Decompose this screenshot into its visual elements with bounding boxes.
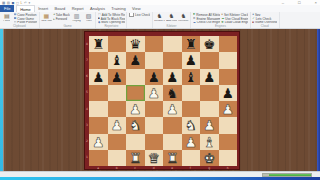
square-b7[interactable]: ♝ [108, 52, 127, 68]
black-piece-b: ♝ [108, 52, 127, 68]
remove-kibitzer-button[interactable]: ♞Remove Kibitzer [178, 13, 189, 24]
black-piece-p: ♟ [145, 69, 164, 85]
square-a5[interactable] [89, 85, 108, 101]
square-f8[interactable]: ♜ [182, 36, 201, 52]
button-label: Engine Management [196, 17, 219, 20]
button-label: Add To White Repertoire [102, 13, 125, 16]
square-f6[interactable]: ♝ [182, 69, 201, 85]
white-piece-p: ♟ [163, 101, 182, 117]
button-label: Default Kibitzer [154, 20, 165, 23]
button-label: Add To Black Repertoire [101, 17, 125, 20]
square-f3[interactable]: ♞ [182, 117, 201, 133]
black-piece-n: ♞ [163, 85, 182, 101]
button-label: Lets Check [256, 17, 271, 20]
use-cloud-engine-icon: ☁ [221, 17, 224, 20]
live-check-checkbox[interactable]: Live Check [129, 13, 150, 17]
white-piece-p: ♟ [126, 101, 145, 117]
square-e7[interactable] [163, 52, 182, 68]
white-piece-p: ♟ [89, 134, 108, 150]
button-label: Remove All Kibitzers [196, 13, 219, 16]
white-piece-k: ♚ [200, 150, 219, 166]
replay-button[interactable]: ▥Replay [71, 13, 82, 24]
square-c8[interactable]: ♛ [126, 36, 145, 52]
square-b1[interactable] [108, 150, 127, 166]
button-label: Take Back [56, 13, 70, 17]
rank-label-4: 4 [86, 108, 88, 111]
square-g4[interactable] [200, 101, 219, 117]
copy-position-icon: ▦ [14, 13, 17, 16]
square-b4[interactable] [108, 101, 127, 117]
progress-fill [269, 174, 311, 175]
tab-report[interactable]: Report [68, 5, 86, 12]
square-a2[interactable]: ♟ [89, 134, 108, 150]
square-d8[interactable] [145, 36, 164, 52]
forward-button[interactable]: ▸Forward [53, 17, 70, 21]
lets-check-button[interactable]: ✓Lets Check [252, 17, 277, 20]
black-piece-p: ♟ [219, 85, 238, 101]
square-h1[interactable] [219, 150, 238, 166]
tab-training[interactable]: Training [108, 5, 129, 12]
square-g5[interactable] [200, 85, 219, 101]
black-piece-p: ♟ [200, 69, 219, 85]
square-b2[interactable] [108, 134, 127, 150]
add-to-black-repertoire-button[interactable]: ■Add To Black Repertoire [98, 17, 125, 20]
ribbon-button-column: ◂Take Back▸Forward [53, 13, 70, 24]
square-b6[interactable]: ♟ [108, 69, 127, 85]
dropdown-icon[interactable]: ▾ [28, 1, 30, 5]
ribbon-group-game: ▦New Game◂Take Back▸Forward▥Replay▧Train… [40, 12, 97, 28]
square-d5[interactable]: ♟ [145, 85, 164, 101]
square-e5[interactable]: ♞ [163, 85, 182, 101]
tab-board[interactable]: Board [51, 5, 68, 12]
copy-game-icon: ▣ [14, 17, 17, 20]
square-d3[interactable] [145, 117, 164, 133]
square-g1[interactable]: ♚ [200, 150, 219, 166]
paste-button[interactable]: ▤Paste [2, 13, 13, 24]
square-a8[interactable]: ♜ [89, 36, 108, 52]
black-piece-p: ♟ [108, 69, 127, 85]
file-label-a: a [97, 167, 99, 170]
black-piece-p: ♟ [182, 52, 201, 68]
copy-position-button[interactable]: ▦Copy Position [14, 13, 38, 16]
rank-label-1: 1 [86, 156, 88, 159]
white-piece-q: ♛ [145, 150, 164, 166]
board-window-icon[interactable]: ▦ [2, 1, 5, 5]
button-label: Set Kibitzer Clock [224, 13, 248, 16]
ribbon-group-kibitzer: ♞Default Kibitzer♞Add Kibitzer♞Remove Ki… [153, 12, 192, 28]
button-label: Copy Position [17, 13, 36, 16]
black-piece-b: ♝ [182, 69, 201, 85]
tab-home[interactable]: Home [16, 5, 35, 12]
set-kibitzer-clock-button[interactable]: ●Set Kibitzer Clock [221, 13, 248, 16]
square-a4[interactable] [89, 101, 108, 117]
add-kibitzer-icon: ♞ [169, 13, 174, 20]
white-piece-n: ♞ [126, 117, 145, 133]
rank-label-6: 6 [86, 75, 88, 78]
button-label: Copy Game [17, 17, 34, 20]
rank-label-7: 7 [86, 59, 88, 62]
chess-board-grid: ♜♛♜♚♝♟♟♟♟♟♟♝♟♟♞♟♟♟♟♟♞♞♟♟♟♝♜♛♜♚ [89, 36, 237, 166]
square-f4[interactable] [182, 101, 201, 117]
chess-board: ♜♛♜♚♝♟♟♟♟♟♟♝♟♟♞♟♟♟♟♟♞♞♟♟♟♝♜♛♜♚ 87654321a… [84, 31, 240, 170]
square-c6[interactable] [126, 69, 145, 85]
options-icon[interactable]: L [20, 1, 22, 5]
square-g8[interactable]: ♚ [200, 36, 219, 52]
new-game-icon: ▦ [44, 13, 50, 20]
window-left-border-highlight [3, 29, 4, 171]
white-piece-p: ♟ [145, 85, 164, 101]
close-button[interactable]: × [315, 1, 317, 5]
square-e1[interactable]: ♜ [163, 150, 182, 166]
repertoire-white-icon: ▢ [98, 13, 101, 16]
white-piece-p: ♟ [200, 117, 219, 133]
square-g7[interactable] [200, 52, 219, 68]
square-a6[interactable]: ♟ [89, 69, 108, 85]
ribbon: ▤Paste▦Copy Position▣Copy Game◫Paste Pos… [0, 12, 320, 29]
square-c7[interactable]: ♟ [126, 52, 145, 68]
button-label: Train [86, 20, 92, 23]
ribbon-group-repertoire: ▢Add To White Repertoire■Add To Black Re… [96, 12, 127, 28]
tab-view[interactable]: View [129, 5, 144, 12]
ribbon-group-label: Game [40, 24, 96, 28]
file-label-h: h [227, 167, 229, 170]
ribbon-group-engines: ✚Remove All Kibitzers⚙Engine Management☁… [191, 12, 251, 28]
ribbon-group-misc: Live Check [127, 12, 152, 28]
kibitzer-clock-icon: ● [221, 13, 223, 16]
ribbon-group-cloud: ●Spy✓Lets Check■Game OverviewCloud [251, 12, 280, 28]
file-label-d: d [153, 167, 155, 170]
ribbon-group-clipboard: ▤Paste▦Copy Position▣Copy Game◫Paste Pos… [0, 12, 40, 28]
forward-icon: ▸ [53, 18, 55, 21]
rank-label-3: 3 [86, 124, 88, 127]
spy-icon: ● [252, 13, 254, 16]
ribbon-button-column: ●Set Kibitzer Clock☁Use Cloud Engine✚Loa… [221, 13, 248, 24]
maximize-button[interactable]: □ [298, 1, 301, 5]
ribbon-button-column: ▦Copy Position▣Copy Game◫Paste Position [14, 13, 38, 24]
tab-insert[interactable]: Insert [35, 5, 51, 12]
engine-management-icon: ⚙ [193, 17, 196, 20]
repertoire-black-icon: ■ [98, 17, 100, 20]
black-piece-r: ♜ [182, 36, 201, 52]
app-window: ▦▤◼◻L↶▾ –□× FileHomeInsertBoardReportAna… [0, 0, 320, 180]
square-e6[interactable]: ♟ [163, 69, 182, 85]
square-b8[interactable] [108, 36, 127, 52]
square-f5[interactable] [182, 85, 201, 101]
remove-kibitzer-icon: ♞ [181, 13, 186, 20]
button-label: Replay [72, 20, 80, 23]
window-bottom-border [0, 177, 320, 180]
tab-file[interactable]: File [0, 5, 14, 12]
square-e8[interactable] [163, 36, 182, 52]
square-d1[interactable]: ♛ [145, 150, 164, 166]
spy-button[interactable]: ●Spy [252, 13, 277, 16]
file-label-e: e [171, 167, 173, 170]
ribbon-group-label: Cloud [251, 24, 279, 28]
button-label: Add Kibitzer [166, 20, 177, 23]
square-f7[interactable]: ♟ [182, 52, 201, 68]
black-piece-k: ♚ [200, 36, 219, 52]
square-a1[interactable] [89, 150, 108, 166]
white-piece-b: ♝ [200, 134, 219, 150]
paste-icon: ▤ [4, 13, 10, 20]
square-e2[interactable] [163, 134, 182, 150]
new-game-button[interactable]: ▦New Game [41, 13, 52, 24]
print-icon[interactable]: ◻ [16, 1, 19, 5]
rank-label-2: 2 [86, 140, 88, 143]
take-back-icon: ◂ [53, 13, 55, 16]
engine-management-button[interactable]: ⚙Engine Management [193, 17, 220, 20]
square-h7[interactable] [219, 52, 238, 68]
square-h2[interactable] [219, 134, 238, 150]
square-a3[interactable] [89, 117, 108, 133]
remove-all-kibitzers-button[interactable]: ✚Remove All Kibitzers [193, 13, 220, 16]
white-piece-r: ♜ [163, 150, 182, 166]
square-c2[interactable] [126, 134, 145, 150]
square-a7[interactable] [89, 52, 108, 68]
rank-label-5: 5 [86, 91, 88, 94]
square-h4[interactable]: ♟ [219, 101, 238, 117]
file-label-f: f [190, 167, 191, 170]
replay-icon: ▥ [74, 13, 80, 20]
ribbon-button-column: ●Spy✓Lets Check■Game Overview [252, 13, 277, 24]
ribbon-button-column: ▢Add To White Repertoire■Add To Black Re… [98, 13, 125, 24]
train-icon: ▧ [86, 13, 92, 20]
button-label: Use Cloud Engine [225, 17, 248, 20]
square-b5[interactable] [108, 85, 127, 101]
square-c3[interactable]: ♞ [126, 117, 145, 133]
square-d6[interactable]: ♟ [145, 69, 164, 85]
square-f1[interactable] [182, 150, 201, 166]
button-label: Remove Kibitzer [178, 20, 189, 23]
square-e4[interactable]: ♟ [163, 101, 182, 117]
open-icon[interactable]: ▤ [7, 1, 10, 5]
button-label: Spy [255, 13, 260, 16]
square-d2[interactable] [145, 134, 164, 150]
save-icon[interactable]: ◼ [12, 1, 15, 5]
square-c4[interactable]: ♟ [126, 101, 145, 117]
square-c5[interactable] [126, 85, 145, 101]
black-piece-p: ♟ [89, 69, 108, 85]
checkbox-label: Live Check [135, 13, 150, 17]
ribbon-group-label: Engines [191, 24, 250, 28]
file-label-c: c [134, 167, 136, 170]
checkbox-icon [129, 13, 134, 17]
square-c1[interactable]: ♜ [126, 150, 145, 166]
black-piece-p: ♟ [163, 69, 182, 85]
button-label: Paste [3, 20, 10, 23]
add-kibitzer-button[interactable]: ♞Add Kibitzer [166, 13, 177, 24]
default-kibitzer-icon: ♞ [157, 13, 162, 20]
square-h3[interactable] [219, 117, 238, 133]
lets-check-icon: ✓ [252, 17, 255, 20]
white-piece-r: ♜ [126, 150, 145, 166]
undo-icon[interactable]: ↶ [24, 1, 27, 5]
black-piece-p: ♟ [126, 52, 145, 68]
remove-all-kibitzers-icon: ✚ [193, 13, 196, 16]
ribbon-group-label: Kibitzer [153, 24, 191, 28]
ribbon-group-label: Clipboard [0, 24, 39, 28]
ribbon-button-column: ✚Remove All Kibitzers⚙Engine Management☁… [193, 13, 220, 24]
white-piece-p: ♟ [108, 117, 127, 133]
white-piece-p: ♟ [182, 134, 201, 150]
tab-analysis[interactable]: Analysis [87, 5, 108, 12]
black-piece-q: ♛ [126, 36, 145, 52]
square-h5[interactable]: ♟ [219, 85, 238, 101]
square-d4[interactable] [145, 101, 164, 117]
square-g3[interactable]: ♟ [200, 117, 219, 133]
square-e3[interactable] [163, 117, 182, 133]
file-label-b: b [116, 167, 118, 170]
minimize-button[interactable]: – [282, 1, 284, 5]
square-g6[interactable]: ♟ [200, 69, 219, 85]
default-kibitzer-button[interactable]: ♞Default Kibitzer [154, 13, 165, 24]
rank-label-8: 8 [86, 43, 88, 46]
ribbon-group-label: Repertoire [96, 24, 126, 28]
square-f2[interactable]: ♟ [182, 134, 201, 150]
square-g2[interactable]: ♝ [200, 134, 219, 150]
square-d7[interactable] [145, 52, 164, 68]
square-h8[interactable] [219, 36, 238, 52]
button-label: New Game [41, 20, 52, 23]
black-piece-r: ♜ [89, 36, 108, 52]
white-piece-p: ♟ [219, 101, 238, 117]
file-label-g: g [208, 167, 210, 170]
use-cloud-engine-button[interactable]: ☁Use Cloud Engine [221, 17, 248, 20]
square-b3[interactable]: ♟ [108, 117, 127, 133]
square-h6[interactable] [219, 69, 238, 85]
add-to-white-repertoire-button[interactable]: ▢Add To White Repertoire [98, 13, 125, 16]
train-button[interactable]: ▧Train [83, 13, 94, 24]
white-piece-n: ♞ [182, 117, 201, 133]
button-label: Forward [56, 17, 67, 21]
take-back-button[interactable]: ◂Take Back [53, 13, 70, 17]
copy-game-button[interactable]: ▣Copy Game [14, 17, 38, 20]
